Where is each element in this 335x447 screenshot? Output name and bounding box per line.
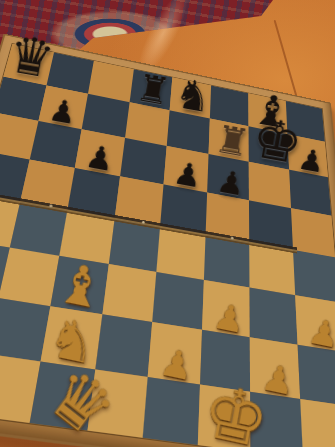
square-g3[interactable] [249,288,297,345]
chessboard: ♛♜♞♝♟♜♚♟♟♟♟♜♝♟♟♞♟♟♞♛♚ [0,34,335,447]
square-d6[interactable] [120,138,167,185]
square-c6[interactable]: ♟ [75,129,125,176]
black-rook[interactable]: ♜ [129,68,177,112]
photo-scene: ♛♜♞♝♟♜♚♟♟♟♟♜♝♟♟♞♟♟♞♛♚ [0,0,335,447]
square-e3[interactable] [152,272,203,330]
hinge-screw [49,204,53,207]
square-e1[interactable] [143,377,200,445]
square-e2[interactable]: ♟ [148,322,202,384]
hinge-screw [142,221,145,224]
square-f3[interactable]: ♟ [202,280,250,337]
square-h3[interactable]: ♟ [295,295,335,352]
hinge-screw [316,252,319,255]
black-pawn[interactable]: ♟ [163,156,213,195]
square-c1[interactable]: ♛ [30,362,95,431]
board-frame: ♛♜♞♝♟♜♚♟♟♟♟♜♝♟♟♞♟♟♞♛♚ [0,34,335,447]
square-b3[interactable] [0,247,59,306]
square-d3[interactable] [102,264,156,322]
square-a6[interactable] [0,112,38,159]
square-f1[interactable]: ♚ [197,384,250,447]
hinge-screw [231,237,234,240]
square-f7[interactable]: ♜ [208,118,249,162]
square-h1[interactable] [300,399,335,447]
black-king[interactable]: ♚ [248,110,300,171]
